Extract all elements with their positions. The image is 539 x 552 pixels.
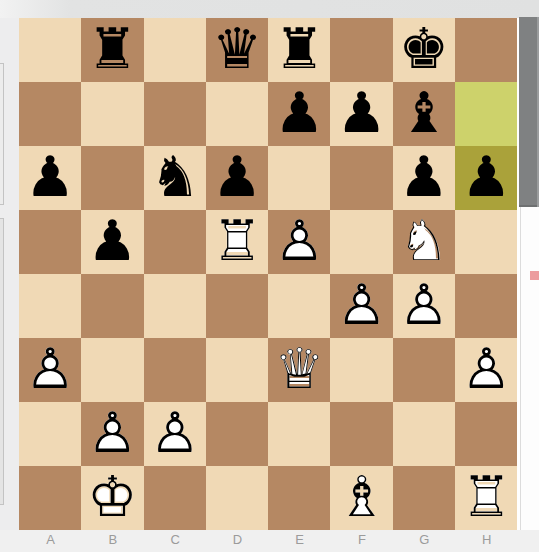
square-g8[interactable]: ♚ (393, 18, 455, 82)
square-a6[interactable]: ♟ (19, 146, 81, 210)
scrollbar-thumb[interactable] (519, 17, 537, 207)
square-e7[interactable]: ♟ (268, 82, 330, 146)
piece-black-knight[interactable]: ♞ (144, 146, 206, 210)
file-label-h: H (455, 531, 518, 548)
piece-white-pawn[interactable]: ♟♙ (455, 338, 517, 402)
square-a7[interactable] (19, 82, 81, 146)
white-piece-outline: ♙ (330, 274, 392, 338)
file-label-d: D (206, 531, 269, 548)
square-e5[interactable]: ♟♙ (268, 210, 330, 274)
square-e8[interactable]: ♜ (268, 18, 330, 82)
square-c6[interactable]: ♞ (144, 146, 206, 210)
white-piece-outline: ♕ (268, 338, 330, 402)
square-f3[interactable] (330, 338, 392, 402)
square-b5[interactable]: ♟ (81, 210, 143, 274)
piece-white-bishop[interactable]: ♝♗ (330, 466, 392, 530)
square-d3[interactable] (206, 338, 268, 402)
white-piece-outline: ♙ (19, 338, 81, 402)
piece-black-king[interactable]: ♚ (393, 18, 455, 82)
square-f5[interactable] (330, 210, 392, 274)
square-h7[interactable] (455, 82, 517, 146)
white-piece-outline: ♗ (330, 466, 392, 530)
square-g4[interactable]: ♟♙ (393, 274, 455, 338)
file-label-a: A (19, 531, 82, 548)
square-g7[interactable]: ♝ (393, 82, 455, 146)
square-e1[interactable] (268, 466, 330, 530)
piece-white-queen[interactable]: ♛♕ (268, 338, 330, 402)
piece-white-rook[interactable]: ♜♖ (455, 466, 517, 530)
square-g3[interactable] (393, 338, 455, 402)
square-e4[interactable] (268, 274, 330, 338)
file-label-c: C (144, 531, 207, 548)
square-e3[interactable]: ♛♕ (268, 338, 330, 402)
piece-black-pawn[interactable]: ♟ (393, 146, 455, 210)
piece-white-rook[interactable]: ♜♖ (206, 210, 268, 274)
square-g5[interactable]: ♞♘ (393, 210, 455, 274)
left-panel-edge-bottom (0, 218, 4, 505)
white-piece-outline: ♙ (393, 274, 455, 338)
square-f8[interactable] (330, 18, 392, 82)
square-b7[interactable] (81, 82, 143, 146)
piece-black-pawn[interactable]: ♟ (81, 210, 143, 274)
piece-black-pawn[interactable]: ♟ (330, 82, 392, 146)
piece-black-bishop[interactable]: ♝ (393, 82, 455, 146)
square-g6[interactable]: ♟ (393, 146, 455, 210)
square-a1[interactable] (19, 466, 81, 530)
piece-white-pawn[interactable]: ♟♙ (144, 402, 206, 466)
piece-black-queen[interactable]: ♛ (206, 18, 268, 82)
white-piece-outline: ♘ (393, 210, 455, 274)
square-a4[interactable] (19, 274, 81, 338)
piece-white-knight[interactable]: ♞♘ (393, 210, 455, 274)
square-c2[interactable]: ♟♙ (144, 402, 206, 466)
square-d2[interactable] (206, 402, 268, 466)
square-c3[interactable] (144, 338, 206, 402)
square-h8[interactable] (455, 18, 517, 82)
piece-black-pawn[interactable]: ♟ (19, 146, 81, 210)
scrollbar-marker (530, 271, 539, 280)
square-c7[interactable] (144, 82, 206, 146)
square-c1[interactable] (144, 466, 206, 530)
white-piece-outline: ♙ (455, 338, 517, 402)
square-f1[interactable]: ♝♗ (330, 466, 392, 530)
square-f4[interactable]: ♟♙ (330, 274, 392, 338)
piece-black-pawn[interactable]: ♟ (206, 146, 268, 210)
square-c8[interactable] (144, 18, 206, 82)
square-c4[interactable] (144, 274, 206, 338)
square-d6[interactable]: ♟ (206, 146, 268, 210)
piece-white-pawn[interactable]: ♟♙ (268, 210, 330, 274)
square-h4[interactable] (455, 274, 517, 338)
square-e6[interactable] (268, 146, 330, 210)
piece-black-pawn[interactable]: ♟ (455, 146, 517, 210)
white-piece-outline: ♙ (144, 402, 206, 466)
square-c5[interactable] (144, 210, 206, 274)
square-h2[interactable] (455, 402, 517, 466)
square-g2[interactable] (393, 402, 455, 466)
square-h6[interactable]: ♟ (455, 146, 517, 210)
left-panel-edge-top (0, 63, 4, 205)
square-a3[interactable]: ♟♙ (19, 338, 81, 402)
piece-black-rook[interactable]: ♜ (81, 18, 143, 82)
white-piece-outline: ♔ (81, 466, 143, 530)
square-d7[interactable] (206, 82, 268, 146)
piece-white-king[interactable]: ♚♔ (81, 466, 143, 530)
file-label-e: E (268, 531, 331, 548)
square-d5[interactable]: ♜♖ (206, 210, 268, 274)
white-piece-outline: ♙ (81, 402, 143, 466)
square-d8[interactable]: ♛ (206, 18, 268, 82)
piece-white-pawn[interactable]: ♟♙ (393, 274, 455, 338)
square-b8[interactable]: ♜ (81, 18, 143, 82)
square-h5[interactable] (455, 210, 517, 274)
square-b3[interactable] (81, 338, 143, 402)
square-b2[interactable]: ♟♙ (81, 402, 143, 466)
piece-white-pawn[interactable]: ♟♙ (330, 274, 392, 338)
square-f7[interactable]: ♟ (330, 82, 392, 146)
square-d1[interactable] (206, 466, 268, 530)
left-gutter (0, 18, 19, 530)
file-label-g: G (393, 531, 456, 548)
white-piece-outline: ♖ (455, 466, 517, 530)
square-d4[interactable] (206, 274, 268, 338)
chess-board: ♜♛♜♚♟♟♝♟♞♟♟♟♟♜♖♟♙♞♘♟♙♟♙♟♙♛♕♟♙♟♙♟♙♚♔♝♗♜♖ (19, 18, 517, 530)
square-h3[interactable]: ♟♙ (455, 338, 517, 402)
file-label-b: B (81, 531, 144, 548)
square-b4[interactable] (81, 274, 143, 338)
square-g1[interactable] (393, 466, 455, 530)
piece-black-pawn[interactable]: ♟ (268, 82, 330, 146)
piece-white-pawn[interactable]: ♟♙ (81, 402, 143, 466)
square-h1[interactable]: ♜♖ (455, 466, 517, 530)
square-f6[interactable] (330, 146, 392, 210)
square-e2[interactable] (268, 402, 330, 466)
square-b6[interactable] (81, 146, 143, 210)
file-label-f: F (331, 531, 394, 548)
white-piece-outline: ♖ (206, 210, 268, 274)
square-a5[interactable] (19, 210, 81, 274)
square-a2[interactable] (19, 402, 81, 466)
top-gutter (0, 0, 539, 18)
square-b1[interactable]: ♚♔ (81, 466, 143, 530)
white-piece-outline: ♙ (268, 210, 330, 274)
piece-black-rook[interactable]: ♜ (268, 18, 330, 82)
square-a8[interactable] (19, 18, 81, 82)
square-f2[interactable] (330, 402, 392, 466)
piece-white-pawn[interactable]: ♟♙ (19, 338, 81, 402)
